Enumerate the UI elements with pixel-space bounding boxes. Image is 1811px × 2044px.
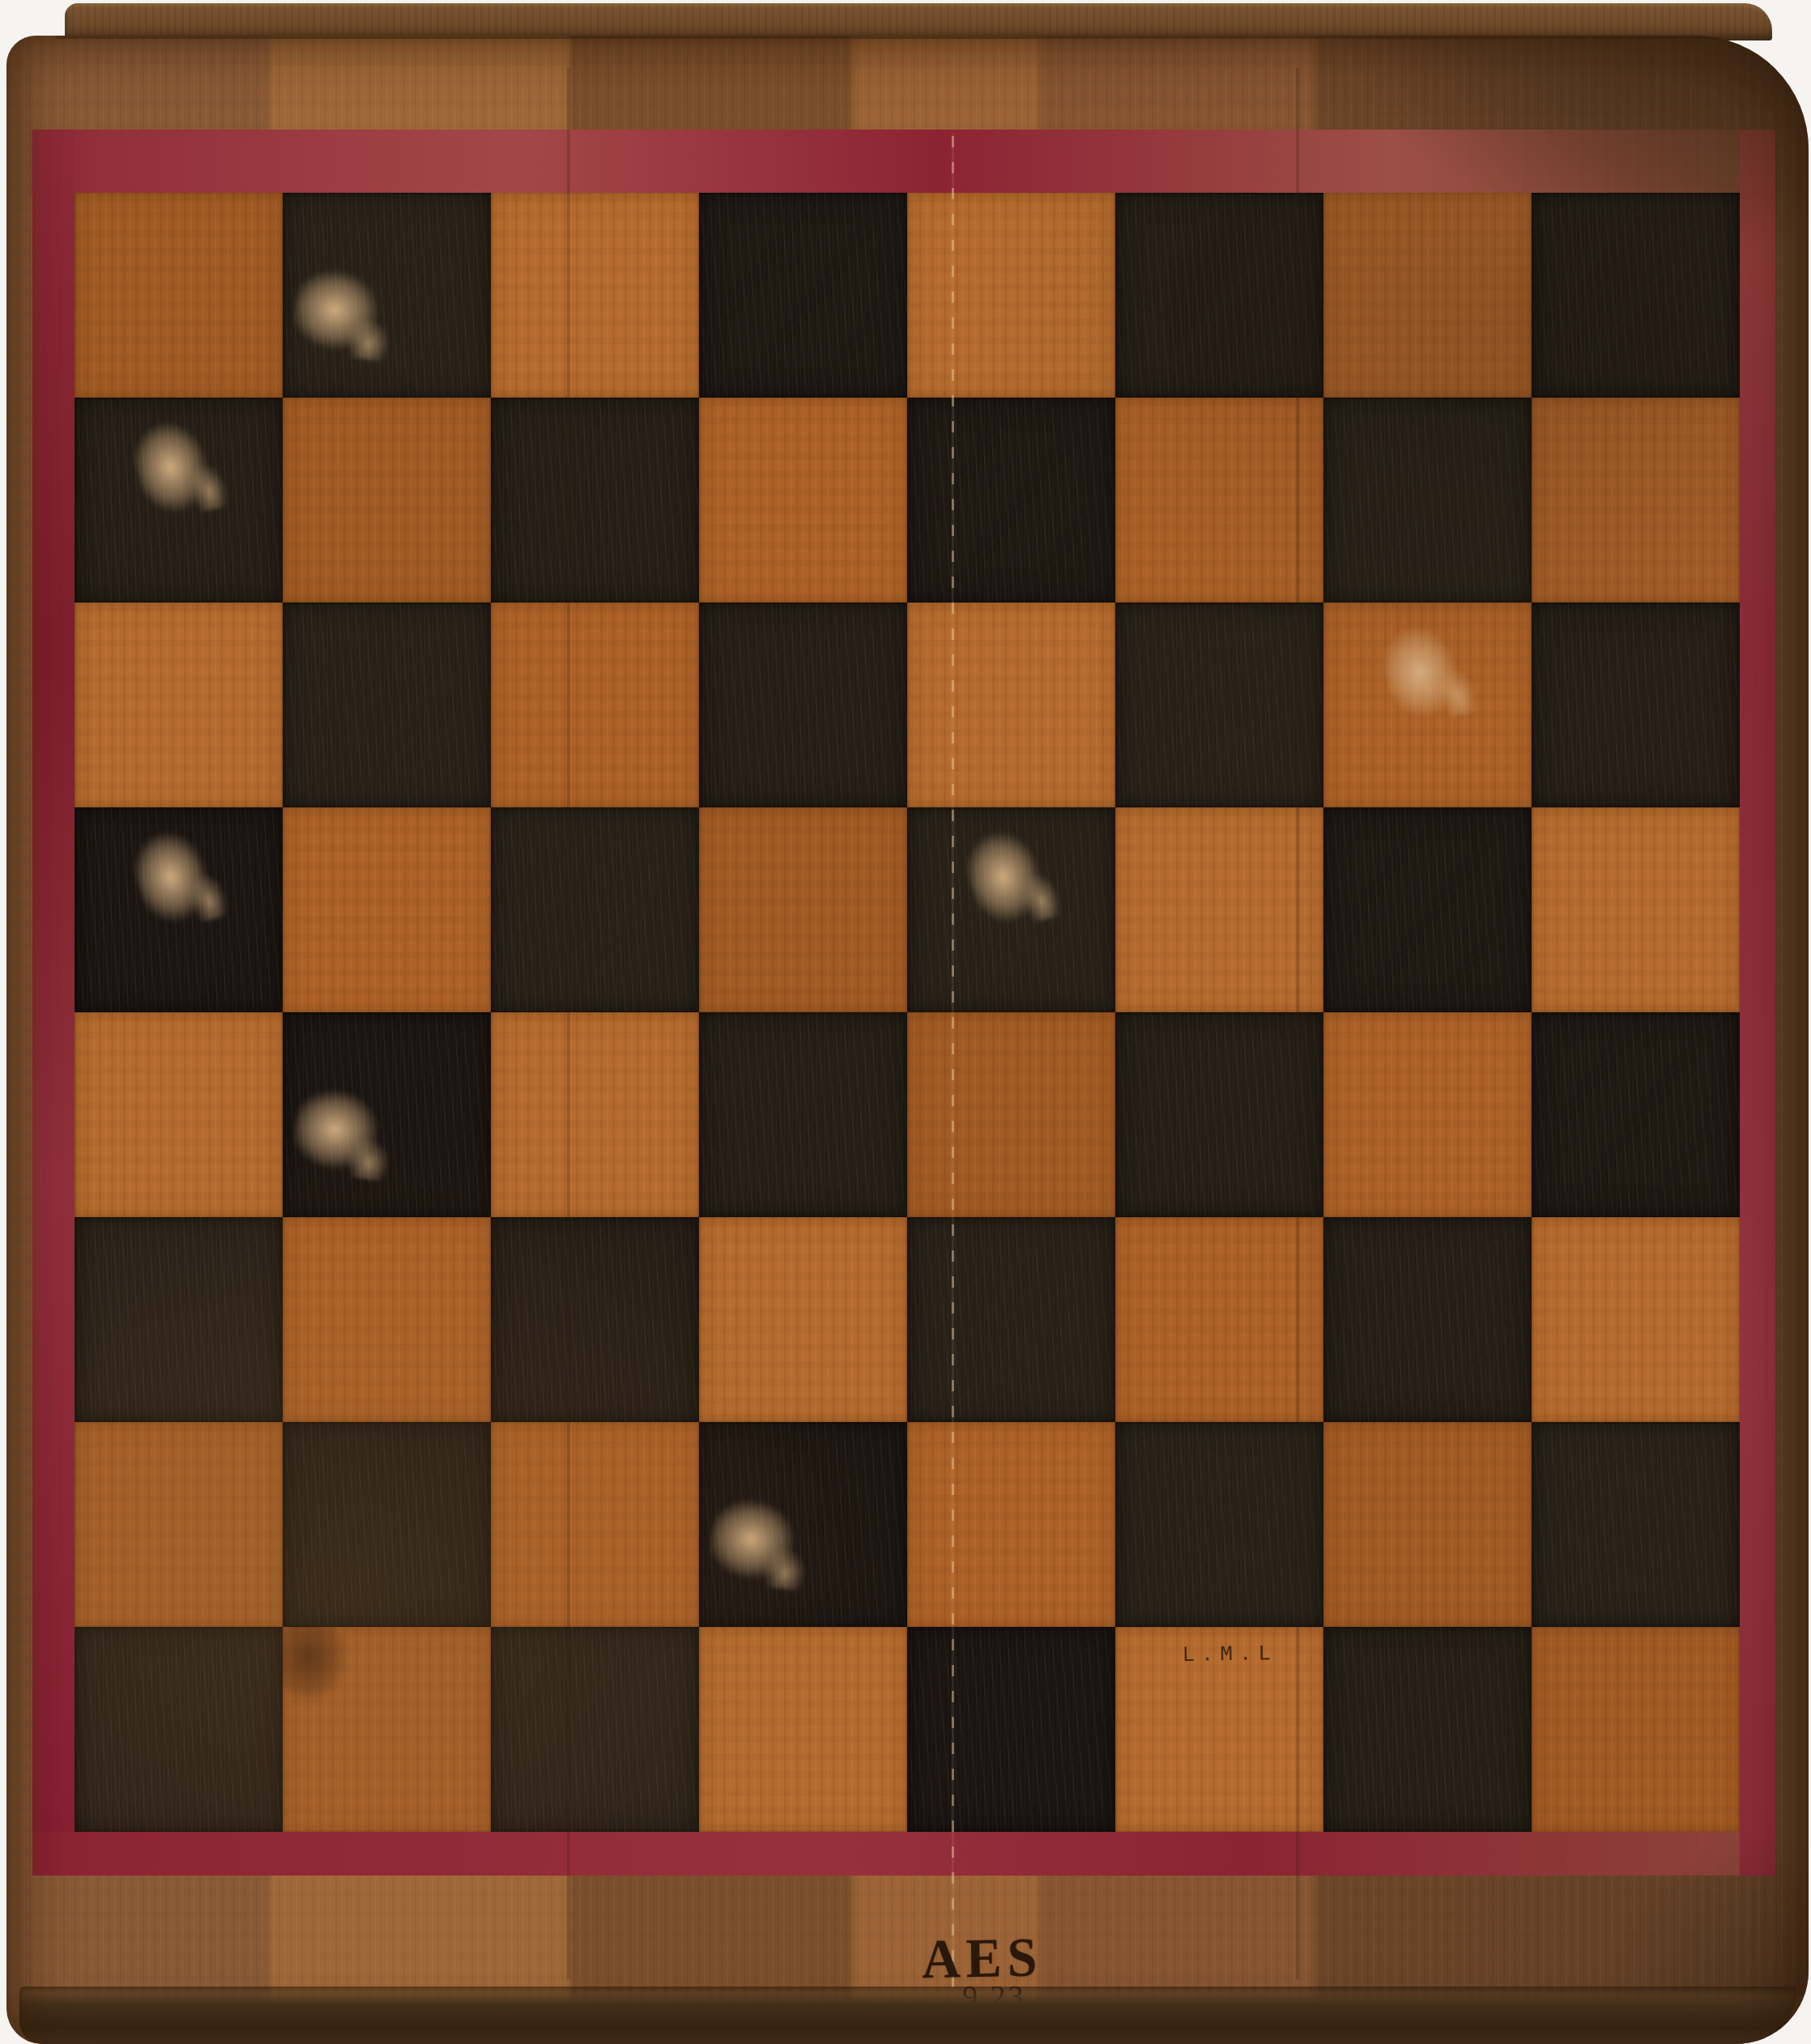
square-r5c3[interactable]: [491, 1012, 699, 1217]
square-r8c5[interactable]: [907, 1627, 1115, 1832]
painted-red-border-right: [1740, 130, 1775, 1876]
square-r5c7[interactable]: [1323, 1012, 1532, 1217]
molding-seam-line: [55, 36, 1740, 39]
square-r2c2[interactable]: [283, 398, 491, 603]
square-r7c2[interactable]: [283, 1422, 491, 1627]
square-r4c6[interactable]: [1115, 807, 1323, 1012]
square-r1c3[interactable]: [491, 193, 699, 398]
square-r2c3[interactable]: [491, 398, 699, 603]
square-r1c7[interactable]: [1323, 193, 1532, 398]
square-r1c8[interactable]: [1532, 193, 1740, 398]
square-r6c7[interactable]: [1323, 1217, 1532, 1422]
square-r1c4[interactable]: [699, 193, 907, 398]
photo-background: L.M.L AES 9.23: [0, 0, 1811, 2044]
square-r2c7[interactable]: [1323, 398, 1532, 603]
inscription-initials-lml: L.M.L: [1182, 1642, 1278, 1666]
square-r6c2[interactable]: [283, 1217, 491, 1422]
square-r6c3[interactable]: [491, 1217, 699, 1422]
square-r1c6[interactable]: [1115, 193, 1323, 398]
square-r3c3[interactable]: [491, 603, 699, 807]
square-r3c2[interactable]: [283, 603, 491, 807]
square-r5c1[interactable]: [75, 1012, 283, 1217]
square-r5c4[interactable]: [699, 1012, 907, 1217]
square-r4c4[interactable]: [699, 807, 907, 1012]
square-r7c5[interactable]: [907, 1422, 1115, 1627]
square-r7c1[interactable]: [75, 1422, 283, 1627]
square-r3c8[interactable]: [1532, 603, 1740, 807]
painted-red-border-left: [32, 130, 75, 1876]
square-r3c5[interactable]: [907, 603, 1115, 807]
painted-red-border-bottom: [32, 1832, 1775, 1876]
square-r3c7[interactable]: [1323, 603, 1532, 807]
square-r4c3[interactable]: [491, 807, 699, 1012]
square-r4c8[interactable]: [1532, 807, 1740, 1012]
square-r7c7[interactable]: [1323, 1422, 1532, 1627]
square-r5c8[interactable]: [1532, 1012, 1740, 1217]
square-r7c6[interactable]: [1115, 1422, 1323, 1627]
square-r2c1[interactable]: [75, 398, 283, 603]
square-r8c7[interactable]: [1323, 1627, 1532, 1832]
square-r8c8[interactable]: [1532, 1627, 1740, 1832]
square-r2c8[interactable]: [1532, 398, 1740, 603]
plank-crack-center: [952, 133, 954, 1987]
square-r1c2[interactable]: [283, 193, 491, 398]
square-r6c6[interactable]: [1115, 1217, 1323, 1422]
square-r8c4[interactable]: [699, 1627, 907, 1832]
square-r3c1[interactable]: [75, 603, 283, 807]
square-r7c3[interactable]: [491, 1422, 699, 1627]
square-r4c1[interactable]: [75, 807, 283, 1012]
square-r6c8[interactable]: [1532, 1217, 1740, 1422]
painted-red-border-top: [32, 130, 1775, 193]
square-r5c2[interactable]: [283, 1012, 491, 1217]
square-r2c6[interactable]: [1115, 398, 1323, 603]
board-bottom-bevel-edge: [19, 1987, 1796, 2044]
square-r7c4[interactable]: [699, 1422, 907, 1627]
square-r6c4[interactable]: [699, 1217, 907, 1422]
square-r5c6[interactable]: [1115, 1012, 1323, 1217]
plank-seam-left: [567, 68, 570, 1979]
square-r8c2[interactable]: [283, 1627, 491, 1832]
game-board: L.M.L AES 9.23: [6, 36, 1809, 2044]
plank-seam-right: [1296, 68, 1299, 1979]
square-r4c5[interactable]: [907, 807, 1115, 1012]
square-r8c1[interactable]: [75, 1627, 283, 1832]
square-r4c2[interactable]: [283, 807, 491, 1012]
square-r1c1[interactable]: [75, 193, 283, 398]
square-r2c4[interactable]: [699, 398, 907, 603]
square-r3c4[interactable]: [699, 603, 907, 807]
square-r5c5[interactable]: [907, 1012, 1115, 1217]
square-r6c5[interactable]: [907, 1217, 1115, 1422]
square-r1c5[interactable]: [907, 193, 1115, 398]
square-r4c7[interactable]: [1323, 807, 1532, 1012]
square-r6c1[interactable]: [75, 1217, 283, 1422]
checkerboard-grid: [75, 193, 1740, 1832]
square-r8c3[interactable]: [491, 1627, 699, 1832]
square-r2c5[interactable]: [907, 398, 1115, 603]
square-r3c6[interactable]: [1115, 603, 1323, 807]
square-r7c8[interactable]: [1532, 1422, 1740, 1627]
